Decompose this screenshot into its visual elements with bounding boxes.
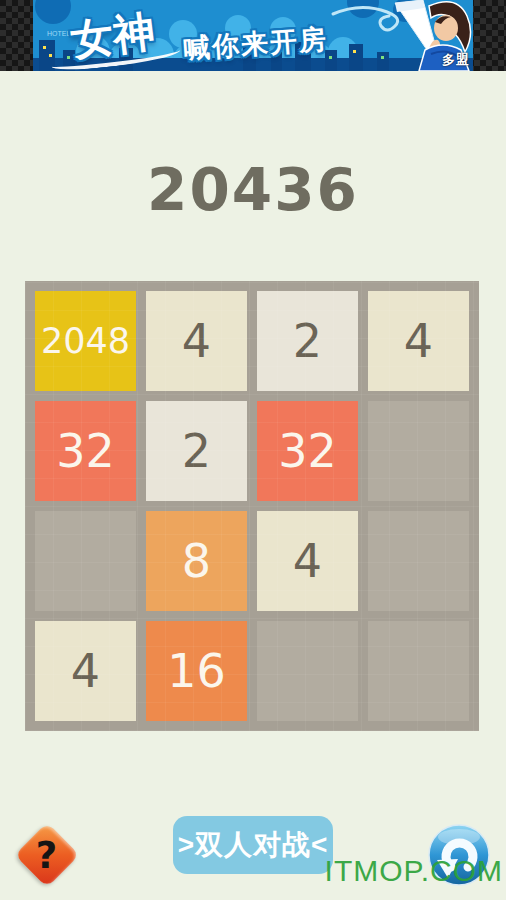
tile-4: 4 xyxy=(35,621,136,721)
tile-8: 8 xyxy=(146,511,247,611)
help-button[interactable]: ? xyxy=(14,822,79,887)
ad-network-label: 多盟 xyxy=(442,51,470,69)
tile-4: 4 xyxy=(257,511,358,611)
tile-4: 4 xyxy=(368,291,469,391)
empty-cell xyxy=(257,621,358,721)
empty-cell xyxy=(368,621,469,721)
empty-cell xyxy=(368,401,469,501)
empty-cell xyxy=(35,511,136,611)
svg-text:HOTEL: HOTEL xyxy=(47,30,70,37)
question-mark-icon: ? xyxy=(36,837,57,874)
tile-4: 4 xyxy=(146,291,247,391)
tile-2: 2 xyxy=(257,291,358,391)
tile-32: 32 xyxy=(35,401,136,501)
empty-cell xyxy=(368,511,469,611)
score-display: 20436 xyxy=(0,156,506,224)
tile-2: 2 xyxy=(146,401,247,501)
tile-2048: 2048 xyxy=(35,291,136,391)
tile-16: 16 xyxy=(146,621,247,721)
ad-banner[interactable]: HOTEL 女神 喊你来开房 多盟 xyxy=(0,0,506,71)
game-board[interactable]: 20484243223284416 xyxy=(25,281,479,731)
two-player-battle-button[interactable]: >双人对战< xyxy=(173,816,333,874)
watermark: ITMOP.COM xyxy=(325,854,503,888)
ad-banner-art: HOTEL 女神 喊你来开房 多盟 xyxy=(33,0,473,71)
tile-32: 32 xyxy=(257,401,358,501)
